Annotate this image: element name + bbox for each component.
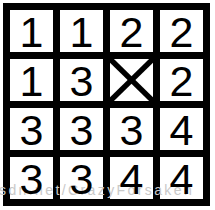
grid-cell-r3c1: 3 — [10, 108, 53, 150]
cell-number: 3 — [70, 109, 94, 151]
grid-cell-r2c4: 2 — [160, 59, 203, 101]
cell-number: 2 — [170, 11, 194, 53]
grid-cell-r1c3: 2 — [110, 10, 153, 52]
grid-cell-r3c4: 4 — [160, 108, 203, 150]
cell-number: 3 — [70, 158, 94, 200]
grid-cell-r1c1: 1 — [10, 10, 53, 52]
cell-number: 3 — [70, 60, 94, 102]
grid-cell-r1c4: 2 — [160, 10, 203, 52]
cell-number: 4 — [170, 158, 194, 200]
grid-cell-r3c2: 3 — [60, 108, 103, 150]
cell-number: 1 — [20, 60, 44, 102]
cell-number: 4 — [170, 109, 194, 151]
grid-cell-r2c1: 1 — [10, 59, 53, 101]
cell-number: 4 — [120, 158, 144, 200]
cell-number: 3 — [20, 109, 44, 151]
grid-cell-r1c2: 1 — [60, 10, 103, 52]
cell-number: 3 — [120, 109, 144, 151]
crossed-cell-icon — [110, 59, 153, 101]
cell-number: 3 — [20, 158, 44, 200]
cell-number: 1 — [20, 11, 44, 53]
puzzle-board: 112213233343344 — [3, 3, 210, 206]
cell-number: 2 — [120, 11, 144, 53]
grid-cell-r4c1: 3 — [10, 157, 53, 199]
grid-cell-r2c2: 3 — [60, 59, 103, 101]
grid-cell-r2c3 — [110, 59, 153, 101]
cell-number: 2 — [170, 60, 194, 102]
grid-cell-r4c2: 3 — [60, 157, 103, 199]
cell-number: 1 — [70, 11, 94, 53]
grid-cell-r4c4: 4 — [160, 157, 203, 199]
grid-cell-r3c3: 3 — [110, 108, 153, 150]
grid-cell-r4c3: 4 — [110, 157, 153, 199]
